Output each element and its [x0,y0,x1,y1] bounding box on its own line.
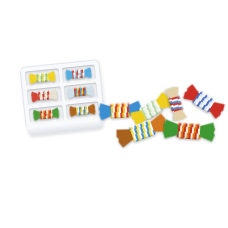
candy-tray [20,60,105,140]
tray-compartment [63,83,98,102]
candy-body [176,122,201,140]
loose-candy [165,86,188,123]
tray-candy [67,85,94,99]
tray-compartment [61,65,96,84]
tray-candy [65,67,92,81]
candy-body [37,91,52,101]
tray-candy [69,104,96,118]
photo-scene [0,0,228,228]
tray-candy [29,71,56,85]
candy-wrapper-tail-right [199,122,215,142]
tray-candy [33,107,60,121]
loose-candy [182,83,227,120]
candy-body [35,72,50,82]
candy-body [39,109,54,119]
candy-body [110,102,131,118]
tray-compartment [25,68,60,87]
candy-body [71,69,86,79]
tray-candy [31,89,58,103]
candy-wrapper-tail-right [86,85,94,97]
candy-body [75,105,90,115]
tray-compartment-grid [25,65,100,124]
loose-candy [162,119,215,142]
candy-body [73,87,88,97]
tray-compartment [27,87,62,106]
